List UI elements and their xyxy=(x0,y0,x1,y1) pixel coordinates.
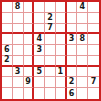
sudoku-cell-r1c8[interactable]: 4 xyxy=(77,2,88,13)
sudoku-cell-r8c5[interactable] xyxy=(45,77,56,88)
sudoku-cell-r7c9[interactable] xyxy=(88,67,99,78)
sudoku-cell-r9c1[interactable] xyxy=(2,88,13,99)
given-digit: 1 xyxy=(57,68,63,76)
sudoku-cell-r3c8[interactable] xyxy=(77,24,88,35)
sudoku-cell-r1c4[interactable] xyxy=(34,2,45,13)
sudoku-cell-r9c5[interactable] xyxy=(45,88,56,99)
given-digit: 7 xyxy=(47,24,53,32)
sudoku-cell-r4c4[interactable]: 4 xyxy=(34,34,45,45)
sudoku-cell-r2c7[interactable] xyxy=(67,13,78,24)
sudoku-cell-r1c1[interactable] xyxy=(2,2,13,13)
given-digit: 3 xyxy=(69,35,75,43)
sudoku-cell-r8c2[interactable] xyxy=(13,77,24,88)
sudoku-cell-r8c4[interactable] xyxy=(34,77,45,88)
sudoku-cell-r2c8[interactable] xyxy=(77,13,88,24)
given-digit: 4 xyxy=(36,35,42,43)
sudoku-cell-r4c9[interactable] xyxy=(88,34,99,45)
sudoku-cell-r7c4[interactable]: 5 xyxy=(34,67,45,78)
sudoku-cell-r4c5[interactable] xyxy=(45,34,56,45)
sudoku-cell-r1c5[interactable] xyxy=(45,2,56,13)
sudoku-cell-r8c1[interactable] xyxy=(2,77,13,88)
sudoku-cell-r4c8[interactable]: 8 xyxy=(77,34,88,45)
sudoku-cell-r1c9[interactable] xyxy=(88,2,99,13)
sudoku-cell-r2c6[interactable] xyxy=(56,13,67,24)
sudoku-cell-r9c9[interactable] xyxy=(88,88,99,99)
sudoku-cell-r3c3[interactable] xyxy=(24,24,35,35)
sudoku-cell-r5c8[interactable] xyxy=(77,45,88,56)
sudoku-cell-r3c2[interactable] xyxy=(13,24,24,35)
given-digit: 2 xyxy=(4,56,10,64)
given-digit: 6 xyxy=(4,46,10,54)
given-digit: 2 xyxy=(47,14,53,22)
sudoku-cell-r5c3[interactable] xyxy=(24,45,35,56)
sudoku-cell-r5c5[interactable] xyxy=(45,45,56,56)
sudoku-cell-r7c8[interactable] xyxy=(77,67,88,78)
sudoku-cell-r2c4[interactable] xyxy=(34,13,45,24)
given-digit: 7 xyxy=(91,78,97,86)
sudoku-cell-r6c8[interactable] xyxy=(77,56,88,67)
given-digit: 3 xyxy=(36,46,42,54)
sudoku-cell-r3c5[interactable]: 7 xyxy=(45,24,56,35)
sudoku-cell-r6c7[interactable] xyxy=(67,56,78,67)
sudoku-cell-r8c6[interactable] xyxy=(56,77,67,88)
sudoku-cell-r5c1[interactable]: 6 xyxy=(2,45,13,56)
sudoku-cell-r7c5[interactable] xyxy=(45,67,56,78)
sudoku-cell-r6c1[interactable]: 2 xyxy=(2,56,13,67)
sudoku-cell-r6c3[interactable] xyxy=(24,56,35,67)
given-digit: 2 xyxy=(69,78,75,86)
given-digit: 3 xyxy=(15,68,21,76)
sudoku-cell-r5c9[interactable] xyxy=(88,45,99,56)
sudoku-cell-r2c5[interactable]: 2 xyxy=(45,13,56,24)
sudoku-cell-r9c7[interactable]: 6 xyxy=(67,88,78,99)
sudoku-cell-r8c3[interactable]: 9 xyxy=(24,77,35,88)
sudoku-cell-r3c7[interactable] xyxy=(67,24,78,35)
sudoku-cell-r1c3[interactable] xyxy=(24,2,35,13)
given-digit: 4 xyxy=(80,3,86,11)
given-digit: 8 xyxy=(80,35,86,43)
sudoku-cell-r7c3[interactable] xyxy=(24,67,35,78)
sudoku-cell-r8c9[interactable]: 7 xyxy=(88,77,99,88)
sudoku-cell-r6c4[interactable] xyxy=(34,56,45,67)
given-digit: 8 xyxy=(15,3,21,11)
sudoku-cell-r8c8[interactable] xyxy=(77,77,88,88)
sudoku-cell-r9c6[interactable] xyxy=(56,88,67,99)
sudoku-cell-r7c7[interactable] xyxy=(67,67,78,78)
sudoku-cell-r6c9[interactable] xyxy=(88,56,99,67)
sudoku-board: 84274386323519276 xyxy=(0,0,101,101)
given-digit: 6 xyxy=(69,90,75,98)
sudoku-cell-r1c7[interactable] xyxy=(67,2,78,13)
sudoku-cell-r5c2[interactable] xyxy=(13,45,24,56)
sudoku-cell-r4c2[interactable] xyxy=(13,34,24,45)
sudoku-cell-r1c6[interactable] xyxy=(56,2,67,13)
sudoku-cell-r5c4[interactable]: 3 xyxy=(34,45,45,56)
sudoku-cell-r7c1[interactable] xyxy=(2,67,13,78)
sudoku-cell-r8c7[interactable]: 2 xyxy=(67,77,78,88)
given-digit: 5 xyxy=(36,68,42,76)
sudoku-cell-r3c6[interactable] xyxy=(56,24,67,35)
sudoku-cell-r5c7[interactable] xyxy=(67,45,78,56)
sudoku-cell-r3c1[interactable] xyxy=(2,24,13,35)
sudoku-cell-r4c6[interactable] xyxy=(56,34,67,45)
sudoku-cell-r4c1[interactable] xyxy=(2,34,13,45)
sudoku-cell-r5c6[interactable] xyxy=(56,45,67,56)
sudoku-cell-r9c3[interactable] xyxy=(24,88,35,99)
sudoku-cell-r2c3[interactable] xyxy=(24,13,35,24)
sudoku-cell-r9c2[interactable] xyxy=(13,88,24,99)
sudoku-cell-r4c3[interactable] xyxy=(24,34,35,45)
sudoku-cell-r2c2[interactable] xyxy=(13,13,24,24)
sudoku-cell-r3c4[interactable] xyxy=(34,24,45,35)
sudoku-cell-r2c9[interactable] xyxy=(88,13,99,24)
sudoku-cell-r7c6[interactable]: 1 xyxy=(56,67,67,78)
sudoku-cell-r4c7[interactable]: 3 xyxy=(67,34,78,45)
given-digit: 9 xyxy=(25,78,31,86)
sudoku-cell-r6c2[interactable] xyxy=(13,56,24,67)
sudoku-cell-r6c5[interactable] xyxy=(45,56,56,67)
sudoku-cell-r7c2[interactable]: 3 xyxy=(13,67,24,78)
sudoku-cell-r9c8[interactable] xyxy=(77,88,88,99)
sudoku-cell-r2c1[interactable] xyxy=(2,13,13,24)
sudoku-cell-r3c9[interactable] xyxy=(88,24,99,35)
sudoku-cell-r6c6[interactable] xyxy=(56,56,67,67)
sudoku-cell-r9c4[interactable] xyxy=(34,88,45,99)
sudoku-cell-r1c2[interactable]: 8 xyxy=(13,2,24,13)
